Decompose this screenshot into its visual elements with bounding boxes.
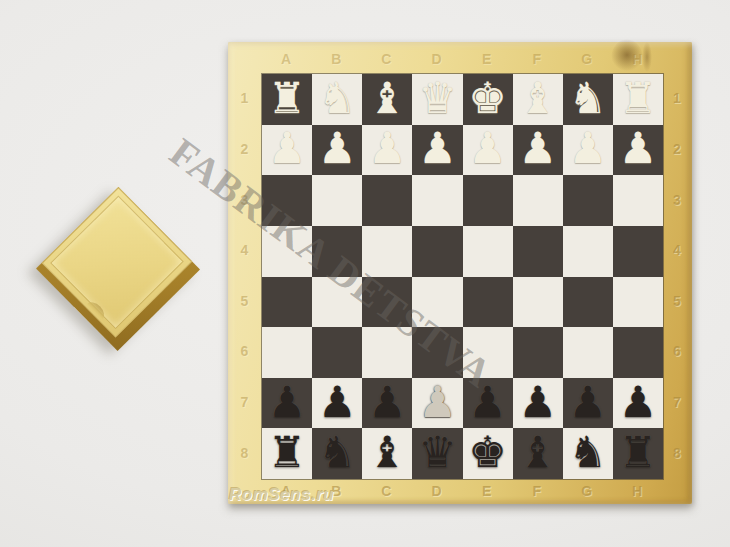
piece-white-knight: ♞ (318, 77, 357, 120)
rank-label-right-1: 1 (662, 73, 692, 124)
file-label-top-f: F (512, 47, 562, 71)
wooden-box-lid (42, 187, 193, 338)
square-c6 (362, 327, 412, 378)
rank-label-left-5: 5 (228, 276, 261, 327)
square-f3 (513, 175, 563, 226)
rank-label-right-2: 2 (662, 124, 692, 175)
square-h4 (613, 226, 663, 277)
square-g4 (563, 226, 613, 277)
square-f1: ♝ (513, 74, 563, 125)
piece-white-pawn: ♟ (619, 127, 658, 170)
square-e5 (463, 277, 513, 328)
square-g2: ♟ (563, 125, 613, 176)
square-b1: ♞ (312, 74, 362, 125)
square-c4 (362, 226, 412, 277)
file-label-bottom-g: G (562, 480, 612, 502)
rank-label-left-7: 7 (228, 377, 261, 428)
square-c7: ♟ (362, 378, 412, 429)
rank-labels-left: 12345678 (228, 73, 261, 478)
rank-label-right-4: 4 (662, 225, 692, 276)
piece-white-pawn: ♟ (268, 127, 307, 170)
piece-black-pawn: ♟ (619, 381, 658, 424)
piece-black-knight: ♞ (318, 431, 357, 474)
rank-label-right-8: 8 (662, 427, 692, 478)
square-d1: ♛ (412, 74, 462, 125)
square-b6 (312, 327, 362, 378)
square-c5 (362, 277, 412, 328)
square-e6 (463, 327, 513, 378)
square-h3 (613, 175, 663, 226)
rank-label-left-8: 8 (228, 427, 261, 478)
piece-black-pawn: ♟ (418, 381, 457, 424)
square-d4 (412, 226, 462, 277)
piece-black-rook: ♜ (268, 431, 307, 474)
square-c3 (362, 175, 412, 226)
square-g1: ♞ (563, 74, 613, 125)
square-h1: ♜ (613, 74, 663, 125)
square-f4 (513, 226, 563, 277)
square-e4 (463, 226, 513, 277)
file-label-top-c: C (361, 47, 411, 71)
square-c8: ♝ (362, 428, 412, 479)
square-f6 (513, 327, 563, 378)
square-b4 (312, 226, 362, 277)
file-label-bottom-e: E (462, 480, 512, 502)
square-c1: ♝ (362, 74, 412, 125)
square-g6 (563, 327, 613, 378)
rank-label-left-2: 2 (228, 124, 261, 175)
square-g3 (563, 175, 613, 226)
file-label-top-g: G (562, 47, 612, 71)
chess-board: ABCDEFGH ABCDEFGH 12345678 12345678 ♜♞♝♛… (228, 42, 692, 504)
square-d8: ♛ (412, 428, 462, 479)
rank-labels-right: 12345678 (662, 73, 692, 478)
piece-white-pawn: ♟ (518, 127, 557, 170)
square-g7: ♟ (563, 378, 613, 429)
piece-black-pawn: ♟ (518, 381, 557, 424)
square-d7: ♟ (412, 378, 462, 429)
square-h2: ♟ (613, 125, 663, 176)
piece-black-pawn: ♟ (318, 381, 357, 424)
square-a5 (262, 277, 312, 328)
square-h5 (613, 277, 663, 328)
rank-label-left-6: 6 (228, 326, 261, 377)
piece-white-rook: ♜ (268, 77, 307, 120)
rank-label-left-1: 1 (228, 73, 261, 124)
rank-label-right-6: 6 (662, 326, 692, 377)
square-d6 (412, 327, 462, 378)
site-watermark: RomSens.ru (229, 485, 334, 505)
square-h7: ♟ (613, 378, 663, 429)
piece-white-bishop: ♝ (368, 77, 407, 120)
piece-black-pawn: ♟ (268, 381, 307, 424)
wooden-box (36, 187, 200, 351)
square-a2: ♟ (262, 125, 312, 176)
square-b7: ♟ (312, 378, 362, 429)
piece-black-pawn: ♟ (468, 381, 507, 424)
rank-label-left-3: 3 (228, 174, 261, 225)
piece-black-bishop: ♝ (368, 431, 407, 474)
file-label-top-b: B (311, 47, 361, 71)
square-e8: ♚ (463, 428, 513, 479)
square-a4 (262, 226, 312, 277)
file-label-top-a: A (261, 47, 311, 71)
piece-white-queen: ♛ (418, 77, 457, 120)
piece-white-pawn: ♟ (468, 127, 507, 170)
piece-black-bishop: ♝ (518, 431, 557, 474)
rank-label-left-4: 4 (228, 225, 261, 276)
piece-white-knight: ♞ (569, 77, 608, 120)
square-a6 (262, 327, 312, 378)
square-f5 (513, 277, 563, 328)
file-label-bottom-f: F (512, 480, 562, 502)
square-f2: ♟ (513, 125, 563, 176)
file-label-top-d: D (411, 47, 461, 71)
file-label-bottom-d: D (411, 480, 461, 502)
square-c2: ♟ (362, 125, 412, 176)
square-b2: ♟ (312, 125, 362, 176)
square-e2: ♟ (463, 125, 513, 176)
square-e1: ♚ (463, 74, 513, 125)
square-f8: ♝ (513, 428, 563, 479)
square-h6 (613, 327, 663, 378)
square-d3 (412, 175, 462, 226)
piece-white-pawn: ♟ (318, 127, 357, 170)
file-label-bottom-h: H (612, 480, 662, 502)
square-a8: ♜ (262, 428, 312, 479)
piece-white-pawn: ♟ (418, 127, 457, 170)
square-d5 (412, 277, 462, 328)
square-a1: ♜ (262, 74, 312, 125)
square-h8: ♜ (613, 428, 663, 479)
piece-white-pawn: ♟ (569, 127, 608, 170)
piece-black-knight: ♞ (569, 431, 608, 474)
square-g5 (563, 277, 613, 328)
square-g8: ♞ (563, 428, 613, 479)
file-label-bottom-c: C (361, 480, 411, 502)
square-e7: ♟ (463, 378, 513, 429)
file-label-top-e: E (462, 47, 512, 71)
square-b5 (312, 277, 362, 328)
rank-label-right-7: 7 (662, 377, 692, 428)
square-b3 (312, 175, 362, 226)
play-area: ♜♞♝♛♚♝♞♜♟♟♟♟♟♟♟♟♟♟♟♟♟♟♟♟♜♞♝♛♚♝♞♜ (261, 73, 664, 480)
square-f7: ♟ (513, 378, 563, 429)
piece-black-pawn: ♟ (368, 381, 407, 424)
piece-black-pawn: ♟ (569, 381, 608, 424)
box-thumb-notch (87, 298, 108, 319)
piece-white-bishop: ♝ (518, 77, 557, 120)
square-a7: ♟ (262, 378, 312, 429)
piece-black-queen: ♛ (418, 431, 457, 474)
piece-black-rook: ♜ (619, 431, 658, 474)
rank-label-right-5: 5 (662, 276, 692, 327)
piece-white-rook: ♜ (619, 77, 658, 120)
file-labels-top: ABCDEFGH (261, 47, 662, 71)
piece-black-king: ♚ (468, 431, 507, 474)
square-b8: ♞ (312, 428, 362, 479)
square-a3 (262, 175, 312, 226)
square-d2: ♟ (412, 125, 462, 176)
piece-white-pawn: ♟ (368, 127, 407, 170)
square-e3 (463, 175, 513, 226)
rank-label-right-3: 3 (662, 174, 692, 225)
piece-white-king: ♚ (468, 77, 507, 120)
file-label-top-h: H (612, 47, 662, 71)
